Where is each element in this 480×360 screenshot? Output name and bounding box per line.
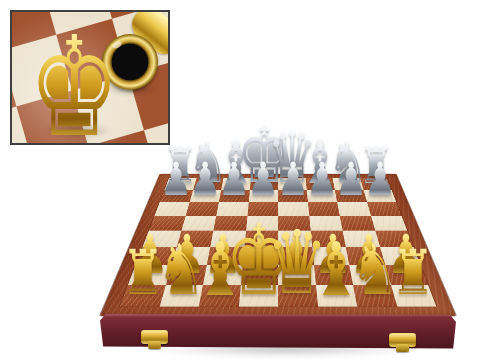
product-photo: ♜♞♝♚♛♝♞♜♟♟♟♟♟♟♟♟♟♟♟♟♟♟♟♟♜♞♝♚♛♝♞♜ ♚ — [0, 0, 480, 360]
board-square — [199, 285, 241, 307]
board-square — [367, 202, 402, 216]
board-square — [278, 285, 318, 307]
board-square — [242, 247, 278, 265]
board-square — [305, 178, 334, 190]
board-square — [185, 202, 218, 216]
board-square — [166, 265, 207, 285]
board-square — [246, 216, 278, 231]
board-square — [309, 216, 343, 231]
board-square — [375, 231, 414, 247]
board-square — [390, 285, 436, 307]
board-square — [120, 285, 166, 307]
board-square — [312, 247, 349, 265]
brass-clasp-left-icon — [141, 330, 168, 344]
board-square — [380, 247, 421, 265]
board-square — [213, 216, 247, 231]
board-square — [278, 247, 314, 265]
board-square — [203, 265, 242, 285]
board-frame — [100, 174, 456, 316]
board-square — [164, 178, 196, 190]
board-grid — [120, 178, 437, 306]
board-square — [343, 231, 380, 247]
board-square — [363, 190, 396, 202]
board-square — [248, 190, 278, 202]
board-square — [160, 190, 193, 202]
board-square — [181, 216, 216, 231]
board-square — [278, 231, 312, 247]
board-square — [315, 285, 357, 307]
board-square — [221, 178, 250, 190]
chess-board — [100, 174, 456, 316]
board-square — [193, 178, 224, 190]
board-square — [278, 178, 306, 190]
inset-gold-king: ♚ — [28, 19, 120, 145]
board-square — [333, 178, 364, 190]
board-square — [159, 285, 203, 307]
brass-clasp-right-icon — [389, 333, 416, 347]
board-square — [360, 178, 392, 190]
inset-photo: ♚ — [10, 10, 170, 145]
board-square — [210, 231, 245, 247]
board-square — [278, 265, 315, 285]
board-square — [310, 231, 345, 247]
board-square — [306, 190, 337, 202]
board-square — [241, 265, 278, 285]
board-square — [247, 202, 278, 216]
board-square — [340, 216, 375, 231]
board-square — [244, 231, 278, 247]
board-square — [238, 285, 278, 307]
board-square — [308, 202, 340, 216]
board-square — [171, 247, 210, 265]
board-square — [314, 265, 353, 285]
board-square — [207, 247, 244, 265]
board-square — [371, 216, 408, 231]
board-square — [353, 285, 397, 307]
board-square — [346, 247, 385, 265]
board-square — [278, 216, 310, 231]
board-square — [278, 190, 308, 202]
board-square — [154, 202, 189, 216]
board-square — [219, 190, 250, 202]
board-square — [189, 190, 221, 202]
board-square — [136, 247, 177, 265]
board-square — [216, 202, 248, 216]
board-square — [278, 202, 309, 216]
board-square — [349, 265, 390, 285]
board-square — [176, 231, 213, 247]
board-square — [143, 231, 182, 247]
board-square — [335, 190, 367, 202]
board-square — [149, 216, 186, 231]
board-square — [337, 202, 370, 216]
board-square — [128, 265, 171, 285]
board-square — [385, 265, 428, 285]
board-square — [250, 178, 278, 190]
